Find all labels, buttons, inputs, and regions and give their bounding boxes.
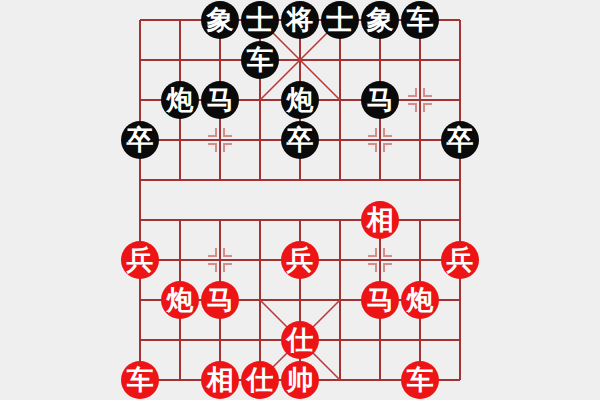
piece-black-elephant[interactable]: 象 bbox=[201, 1, 239, 39]
point-d4[interactable] bbox=[240, 200, 280, 240]
point-g6[interactable] bbox=[360, 120, 400, 160]
point-d0[interactable]: 仕 bbox=[240, 360, 280, 400]
point-h4[interactable] bbox=[400, 200, 440, 240]
point-b4[interactable] bbox=[160, 200, 200, 240]
point-g7[interactable]: 马 bbox=[360, 80, 400, 120]
piece-red-cannon[interactable]: 炮 bbox=[161, 281, 199, 319]
point-i5[interactable] bbox=[440, 160, 480, 200]
point-a4[interactable] bbox=[120, 200, 160, 240]
point-b1[interactable] bbox=[160, 320, 200, 360]
point-b0[interactable] bbox=[160, 360, 200, 400]
point-c2[interactable]: 马 bbox=[200, 280, 240, 320]
point-a2[interactable] bbox=[120, 280, 160, 320]
point-i9[interactable] bbox=[440, 0, 480, 40]
point-g1[interactable] bbox=[360, 320, 400, 360]
piece-black-chariot[interactable]: 车 bbox=[241, 41, 279, 79]
piece-black-horse[interactable]: 马 bbox=[201, 81, 239, 119]
point-h9[interactable]: 车 bbox=[400, 0, 440, 40]
piece-red-soldier[interactable]: 兵 bbox=[441, 241, 479, 279]
point-i3[interactable]: 兵 bbox=[440, 240, 480, 280]
point-e8[interactable] bbox=[280, 40, 320, 80]
point-h1[interactable] bbox=[400, 320, 440, 360]
point-b7[interactable]: 炮 bbox=[160, 80, 200, 120]
point-b9[interactable] bbox=[160, 0, 200, 40]
point-a3[interactable]: 兵 bbox=[120, 240, 160, 280]
point-i7[interactable] bbox=[440, 80, 480, 120]
point-h7[interactable] bbox=[400, 80, 440, 120]
point-h2[interactable]: 炮 bbox=[400, 280, 440, 320]
point-d5[interactable] bbox=[240, 160, 280, 200]
piece-red-horse[interactable]: 马 bbox=[201, 281, 239, 319]
point-b6[interactable] bbox=[160, 120, 200, 160]
piece-red-chariot[interactable]: 车 bbox=[121, 361, 159, 399]
point-c5[interactable] bbox=[200, 160, 240, 200]
piece-red-horse[interactable]: 马 bbox=[361, 281, 399, 319]
point-b3[interactable] bbox=[160, 240, 200, 280]
point-g9[interactable]: 象 bbox=[360, 0, 400, 40]
piece-black-cannon[interactable]: 炮 bbox=[281, 81, 319, 119]
point-e9[interactable]: 将 bbox=[280, 0, 320, 40]
point-h6[interactable] bbox=[400, 120, 440, 160]
point-f8[interactable] bbox=[320, 40, 360, 80]
point-d8[interactable]: 车 bbox=[240, 40, 280, 80]
point-a7[interactable] bbox=[120, 80, 160, 120]
point-a9[interactable] bbox=[120, 0, 160, 40]
point-i1[interactable] bbox=[440, 320, 480, 360]
point-c6[interactable] bbox=[200, 120, 240, 160]
point-e7[interactable]: 炮 bbox=[280, 80, 320, 120]
piece-red-soldier[interactable]: 兵 bbox=[121, 241, 159, 279]
point-c7[interactable]: 马 bbox=[200, 80, 240, 120]
point-g8[interactable] bbox=[360, 40, 400, 80]
point-a6[interactable]: 卒 bbox=[120, 120, 160, 160]
point-f0[interactable] bbox=[320, 360, 360, 400]
point-e6[interactable]: 卒 bbox=[280, 120, 320, 160]
point-e4[interactable] bbox=[280, 200, 320, 240]
point-a0[interactable]: 车 bbox=[120, 360, 160, 400]
xiangqi-screenshot: 象士将士象车车炮马炮马卒卒卒相兵兵兵炮马马炮仕车相仕帅车 bbox=[0, 0, 600, 400]
point-f5[interactable] bbox=[320, 160, 360, 200]
point-c0[interactable]: 相 bbox=[200, 360, 240, 400]
point-e0[interactable]: 帅 bbox=[280, 360, 320, 400]
point-d9[interactable]: 士 bbox=[240, 0, 280, 40]
point-b2[interactable]: 炮 bbox=[160, 280, 200, 320]
piece-black-general[interactable]: 将 bbox=[281, 1, 319, 39]
piece-black-soldier[interactable]: 卒 bbox=[121, 121, 159, 159]
piece-black-soldier[interactable]: 卒 bbox=[281, 121, 319, 159]
point-d3[interactable] bbox=[240, 240, 280, 280]
point-h5[interactable] bbox=[400, 160, 440, 200]
point-c1[interactable] bbox=[200, 320, 240, 360]
point-d7[interactable] bbox=[240, 80, 280, 120]
point-c3[interactable] bbox=[200, 240, 240, 280]
piece-black-cannon[interactable]: 炮 bbox=[161, 81, 199, 119]
piece-red-elephant[interactable]: 相 bbox=[201, 361, 239, 399]
point-i4[interactable] bbox=[440, 200, 480, 240]
point-i6[interactable]: 卒 bbox=[440, 120, 480, 160]
piece-black-horse[interactable]: 马 bbox=[361, 81, 399, 119]
point-f9[interactable]: 士 bbox=[320, 0, 360, 40]
point-i2[interactable] bbox=[440, 280, 480, 320]
piece-black-chariot[interactable]: 车 bbox=[401, 1, 439, 39]
point-f4[interactable] bbox=[320, 200, 360, 240]
piece-black-elephant[interactable]: 象 bbox=[361, 1, 399, 39]
point-e1[interactable]: 仕 bbox=[280, 320, 320, 360]
point-f6[interactable] bbox=[320, 120, 360, 160]
piece-black-advisor[interactable]: 士 bbox=[321, 1, 359, 39]
point-b8[interactable] bbox=[160, 40, 200, 80]
point-f7[interactable] bbox=[320, 80, 360, 120]
piece-black-soldier[interactable]: 卒 bbox=[441, 121, 479, 159]
point-g4[interactable]: 相 bbox=[360, 200, 400, 240]
point-i0[interactable] bbox=[440, 360, 480, 400]
piece-red-advisor[interactable]: 仕 bbox=[241, 361, 279, 399]
point-c8[interactable] bbox=[200, 40, 240, 80]
point-f3[interactable] bbox=[320, 240, 360, 280]
piece-red-chariot[interactable]: 车 bbox=[401, 361, 439, 399]
piece-red-general[interactable]: 帅 bbox=[281, 361, 319, 399]
point-g3[interactable] bbox=[360, 240, 400, 280]
point-h0[interactable]: 车 bbox=[400, 360, 440, 400]
point-f1[interactable] bbox=[320, 320, 360, 360]
point-c4[interactable] bbox=[200, 200, 240, 240]
point-d2[interactable] bbox=[240, 280, 280, 320]
piece-red-advisor[interactable]: 仕 bbox=[281, 321, 319, 359]
point-c9[interactable]: 象 bbox=[200, 0, 240, 40]
board-points: 象士将士象车车炮马炮马卒卒卒相兵兵兵炮马马炮仕车相仕帅车 bbox=[120, 0, 480, 400]
point-a5[interactable] bbox=[120, 160, 160, 200]
point-d1[interactable] bbox=[240, 320, 280, 360]
point-i8[interactable] bbox=[440, 40, 480, 80]
point-g0[interactable] bbox=[360, 360, 400, 400]
point-b5[interactable] bbox=[160, 160, 200, 200]
point-a8[interactable] bbox=[120, 40, 160, 80]
xiangqi-board: 象士将士象车车炮马炮马卒卒卒相兵兵兵炮马马炮仕车相仕帅车 bbox=[120, 0, 480, 400]
point-h8[interactable] bbox=[400, 40, 440, 80]
point-a1[interactable] bbox=[120, 320, 160, 360]
point-e5[interactable] bbox=[280, 160, 320, 200]
point-g5[interactable] bbox=[360, 160, 400, 200]
point-d6[interactable] bbox=[240, 120, 280, 160]
point-e3[interactable]: 兵 bbox=[280, 240, 320, 280]
point-h3[interactable] bbox=[400, 240, 440, 280]
point-g2[interactable]: 马 bbox=[360, 280, 400, 320]
piece-red-elephant[interactable]: 相 bbox=[361, 201, 399, 239]
point-e2[interactable] bbox=[280, 280, 320, 320]
point-f2[interactable] bbox=[320, 280, 360, 320]
piece-red-soldier[interactable]: 兵 bbox=[281, 241, 319, 279]
piece-black-advisor[interactable]: 士 bbox=[241, 1, 279, 39]
piece-red-cannon[interactable]: 炮 bbox=[401, 281, 439, 319]
